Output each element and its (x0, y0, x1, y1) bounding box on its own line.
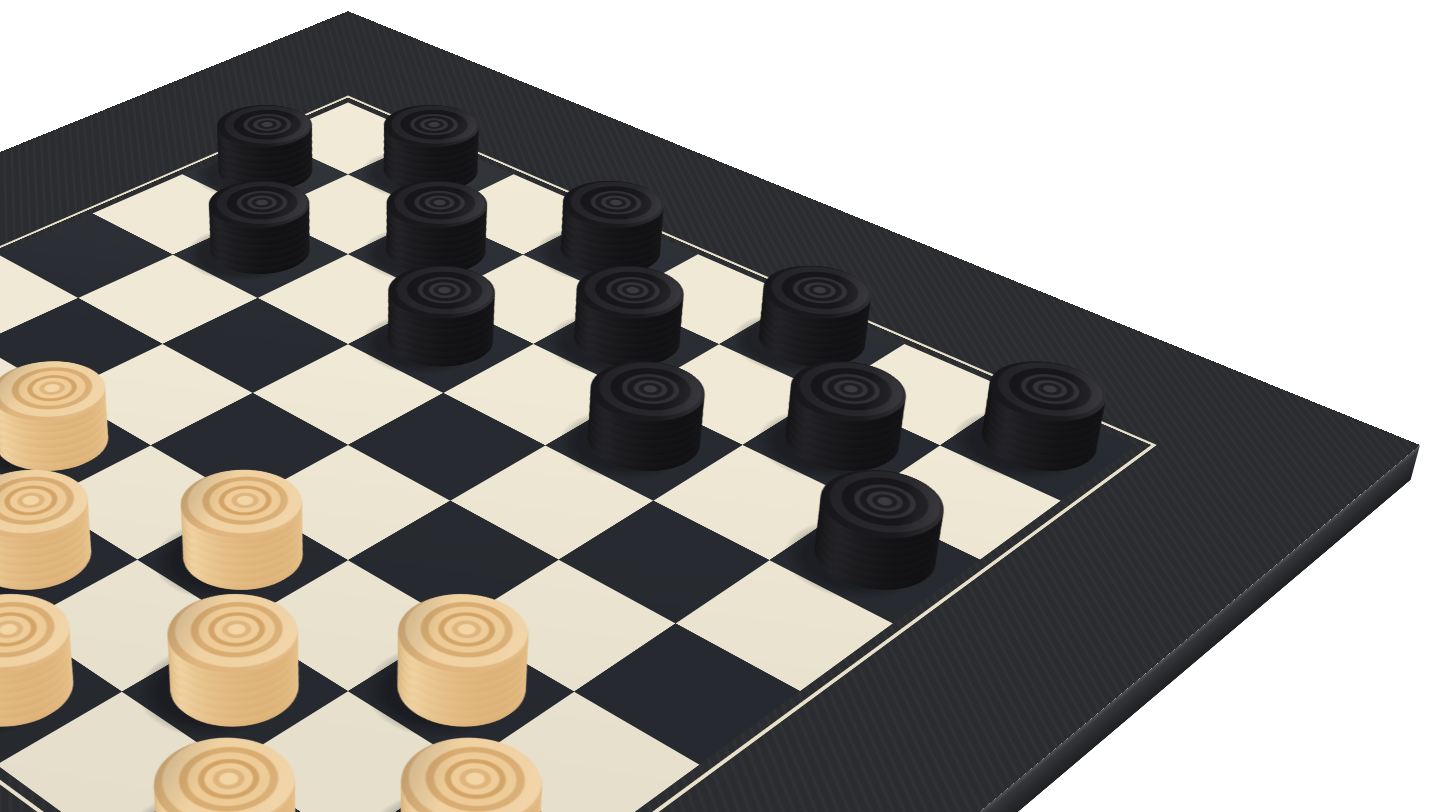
checker-piece-light[interactable] (128, 780, 324, 812)
checkers-board (0, 11, 1420, 812)
board-3d-scene (0, 11, 1420, 812)
playing-field (0, 102, 1137, 812)
board-frame (0, 11, 1420, 812)
checker-piece-light[interactable] (372, 780, 568, 812)
board-photo (0, 0, 1445, 812)
